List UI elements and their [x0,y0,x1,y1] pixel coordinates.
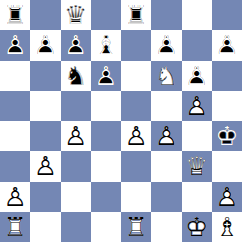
square-b1[interactable] [30,212,60,242]
square-a3[interactable] [0,151,30,181]
square-c4[interactable]: ♟♙ [61,121,91,151]
square-b6[interactable] [30,61,60,91]
square-e4[interactable]: ♟♙ [121,121,151,151]
black-king-outline-icon: ♔ [212,121,242,151]
square-c3[interactable] [61,151,91,181]
black-bishop-outline-icon: ♗ [91,30,121,60]
black-queen-icon: ♛ [61,0,91,30]
square-e1[interactable]: ♜♖ [121,212,151,242]
black-rook-icon: ♜ [0,0,30,30]
square-b4[interactable] [30,121,60,151]
black-pawn-icon: ♟ [182,61,212,91]
white-rook-outline-icon: ♖ [0,212,30,242]
square-a2[interactable]: ♟♙ [0,182,30,212]
black-pawn-outline-icon: ♙ [212,30,242,60]
square-e3[interactable] [121,151,151,181]
square-a1[interactable]: ♜♖ [0,212,30,242]
white-pawn-icon: ♟ [121,121,151,151]
white-pawn-icon: ♟ [151,121,181,151]
square-f5[interactable] [151,91,181,121]
white-pawn-icon: ♟ [182,91,212,121]
black-bishop-icon: ♝ [91,30,121,60]
black-knight-icon: ♞ [61,61,91,91]
square-f2[interactable] [151,182,181,212]
square-b3[interactable]: ♟♙ [30,151,60,181]
white-bishop-icon: ♝ [212,212,242,242]
square-e5[interactable] [121,91,151,121]
white-pawn-icon: ♟ [61,121,91,151]
black-pawn-outline-icon: ♙ [30,30,60,60]
square-h2[interactable]: ♟♙ [212,182,242,212]
black-pawn-icon: ♟ [0,30,30,60]
square-f3[interactable] [151,151,181,181]
square-g6[interactable]: ♟♙ [182,61,212,91]
square-c8[interactable]: ♛♕ [61,0,91,30]
chess-board: ♜♖♛♕♜♖♟♙♟♙♟♙♝♗♟♙♟♙♞♘♟♙♞♘♟♙♟♙♟♙♟♙♟♙♚♔♟♙♛♕… [0,0,242,242]
square-g8[interactable] [182,0,212,30]
square-f8[interactable] [151,0,181,30]
white-rook-icon: ♜ [121,212,151,242]
white-pawn-icon: ♟ [0,182,30,212]
white-king-icon: ♚ [182,212,212,242]
square-e7[interactable] [121,30,151,60]
white-pawn-outline-icon: ♙ [182,91,212,121]
square-b8[interactable] [30,0,60,30]
square-f1[interactable] [151,212,181,242]
square-h7[interactable]: ♟♙ [212,30,242,60]
black-pawn-icon: ♟ [151,30,181,60]
white-pawn-outline-icon: ♙ [212,182,242,212]
square-h6[interactable] [212,61,242,91]
square-a4[interactable] [0,121,30,151]
white-queen-outline-icon: ♕ [182,151,212,181]
black-rook-outline-icon: ♖ [0,0,30,30]
black-pawn-outline-icon: ♙ [151,30,181,60]
black-pawn-icon: ♟ [91,61,121,91]
square-d1[interactable] [91,212,121,242]
black-pawn-outline-icon: ♙ [182,61,212,91]
square-g5[interactable]: ♟♙ [182,91,212,121]
square-g2[interactable] [182,182,212,212]
square-a7[interactable]: ♟♙ [0,30,30,60]
black-rook-outline-icon: ♖ [121,0,151,30]
white-rook-icon: ♜ [0,212,30,242]
square-h3[interactable] [212,151,242,181]
square-a6[interactable] [0,61,30,91]
black-pawn-outline-icon: ♙ [0,30,30,60]
white-bishop-outline-icon: ♗ [212,212,242,242]
white-knight-icon: ♞ [151,61,181,91]
square-d2[interactable] [91,182,121,212]
white-queen-icon: ♛ [182,151,212,181]
square-a5[interactable] [0,91,30,121]
square-c7[interactable]: ♟♙ [61,30,91,60]
black-rook-icon: ♜ [121,0,151,30]
square-c2[interactable] [61,182,91,212]
square-g3[interactable]: ♛♕ [182,151,212,181]
square-d4[interactable] [91,121,121,151]
square-d3[interactable] [91,151,121,181]
white-pawn-outline-icon: ♙ [0,182,30,212]
black-pawn-icon: ♟ [61,30,91,60]
white-pawn-icon: ♟ [212,182,242,212]
black-pawn-outline-icon: ♙ [61,30,91,60]
square-d5[interactable] [91,91,121,121]
square-g7[interactable] [182,30,212,60]
square-d6[interactable]: ♟♙ [91,61,121,91]
square-g1[interactable]: ♚♔ [182,212,212,242]
square-h1[interactable]: ♝♗ [212,212,242,242]
square-c5[interactable] [61,91,91,121]
square-h8[interactable] [212,0,242,30]
black-knight-outline-icon: ♘ [61,61,91,91]
white-knight-outline-icon: ♘ [151,61,181,91]
white-pawn-outline-icon: ♙ [61,121,91,151]
square-e6[interactable] [121,61,151,91]
black-pawn-icon: ♟ [212,30,242,60]
white-pawn-icon: ♟ [30,151,60,181]
square-d8[interactable] [91,0,121,30]
square-h5[interactable] [212,91,242,121]
square-f7[interactable]: ♟♙ [151,30,181,60]
black-queen-outline-icon: ♕ [61,0,91,30]
square-b5[interactable] [30,91,60,121]
square-a8[interactable]: ♜♖ [0,0,30,30]
square-f4[interactable]: ♟♙ [151,121,181,151]
square-c1[interactable] [61,212,91,242]
black-king-icon: ♚ [212,121,242,151]
square-c6[interactable]: ♞♘ [61,61,91,91]
black-pawn-icon: ♟ [30,30,60,60]
white-pawn-outline-icon: ♙ [30,151,60,181]
square-e8[interactable]: ♜♖ [121,0,151,30]
black-pawn-outline-icon: ♙ [91,61,121,91]
white-pawn-outline-icon: ♙ [151,121,181,151]
white-pawn-outline-icon: ♙ [121,121,151,151]
square-d7[interactable]: ♝♗ [91,30,121,60]
square-b2[interactable] [30,182,60,212]
square-e2[interactable] [121,182,151,212]
square-f6[interactable]: ♞♘ [151,61,181,91]
white-rook-outline-icon: ♖ [121,212,151,242]
white-king-outline-icon: ♔ [182,212,212,242]
square-g4[interactable] [182,121,212,151]
square-h4[interactable]: ♚♔ [212,121,242,151]
square-b7[interactable]: ♟♙ [30,30,60,60]
